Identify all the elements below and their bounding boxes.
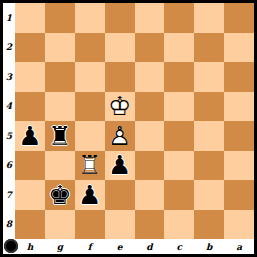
file-label-d: d — [135, 239, 165, 254]
square-h8[interactable] — [15, 210, 45, 240]
square-g5[interactable]: ♜ — [45, 121, 75, 151]
square-c6[interactable] — [164, 151, 194, 181]
black-pawn[interactable]: ♟ — [15, 121, 45, 151]
rank-label-2: 2 — [3, 33, 15, 63]
white-king[interactable]: ♚♔ — [105, 92, 135, 122]
white-rook[interactable]: ♜♖ — [75, 151, 105, 181]
file-label-h: h — [15, 239, 45, 254]
square-g6[interactable] — [45, 151, 75, 181]
square-a6[interactable] — [224, 151, 254, 181]
rank-label-7: 7 — [3, 180, 15, 210]
square-c4[interactable] — [164, 92, 194, 122]
square-b5[interactable] — [194, 121, 224, 151]
square-d7[interactable] — [135, 180, 165, 210]
square-g1[interactable] — [45, 3, 75, 33]
square-f1[interactable] — [75, 3, 105, 33]
square-d3[interactable] — [135, 62, 165, 92]
square-d5[interactable] — [135, 121, 165, 151]
square-b4[interactable] — [194, 92, 224, 122]
square-b3[interactable] — [194, 62, 224, 92]
chess-diagram: 1234♚♔5♟♜♟♙6♜♖♟7♚♟8hgfedcba — [0, 0, 257, 257]
square-a2[interactable] — [224, 33, 254, 63]
square-a3[interactable] — [224, 62, 254, 92]
square-c3[interactable] — [164, 62, 194, 92]
square-d2[interactable] — [135, 33, 165, 63]
black-king-glyph: ♚ — [45, 180, 75, 210]
square-f7[interactable]: ♟ — [75, 180, 105, 210]
file-label-g: g — [45, 239, 75, 254]
black-pawn[interactable]: ♟ — [75, 180, 105, 210]
square-c5[interactable] — [164, 121, 194, 151]
white-king-outline-glyph: ♔ — [105, 92, 135, 122]
square-b8[interactable] — [194, 210, 224, 240]
square-h2[interactable] — [15, 33, 45, 63]
square-c2[interactable] — [164, 33, 194, 63]
square-e1[interactable] — [105, 3, 135, 33]
square-f5[interactable] — [75, 121, 105, 151]
square-f3[interactable] — [75, 62, 105, 92]
chess-board: 1234♚♔5♟♜♟♙6♜♖♟7♚♟8hgfedcba — [3, 3, 254, 254]
square-h5[interactable]: ♟ — [15, 121, 45, 151]
square-a5[interactable] — [224, 121, 254, 151]
square-h3[interactable] — [15, 62, 45, 92]
square-d8[interactable] — [135, 210, 165, 240]
file-label-b: b — [194, 239, 224, 254]
rank-label-6: 6 — [3, 151, 15, 181]
square-g2[interactable] — [45, 33, 75, 63]
black-pawn-glyph: ♟ — [105, 151, 135, 181]
square-h1[interactable] — [15, 3, 45, 33]
square-f6[interactable]: ♜♖ — [75, 151, 105, 181]
black-pawn[interactable]: ♟ — [105, 151, 135, 181]
square-b6[interactable] — [194, 151, 224, 181]
square-e4[interactable]: ♚♔ — [105, 92, 135, 122]
square-b1[interactable] — [194, 3, 224, 33]
rank-label-4: 4 — [3, 92, 15, 122]
square-c7[interactable] — [164, 180, 194, 210]
square-e5[interactable]: ♟♙ — [105, 121, 135, 151]
file-label-e: e — [105, 239, 135, 254]
rank-label-8: 8 — [3, 210, 15, 240]
rank-label-3: 3 — [3, 62, 15, 92]
white-pawn[interactable]: ♟♙ — [105, 121, 135, 151]
black-rook-glyph: ♜ — [45, 121, 75, 151]
square-b2[interactable] — [194, 33, 224, 63]
square-g7[interactable]: ♚ — [45, 180, 75, 210]
square-h4[interactable] — [15, 92, 45, 122]
black-pawn-glyph: ♟ — [15, 121, 45, 151]
black-to-move-indicator — [4, 239, 18, 253]
square-d6[interactable] — [135, 151, 165, 181]
square-g8[interactable] — [45, 210, 75, 240]
square-f2[interactable] — [75, 33, 105, 63]
square-f8[interactable] — [75, 210, 105, 240]
square-d1[interactable] — [135, 3, 165, 33]
file-label-a: a — [224, 239, 254, 254]
square-b7[interactable] — [194, 180, 224, 210]
square-e2[interactable] — [105, 33, 135, 63]
black-pawn-glyph: ♟ — [75, 180, 105, 210]
square-g4[interactable] — [45, 92, 75, 122]
square-f4[interactable] — [75, 92, 105, 122]
square-c8[interactable] — [164, 210, 194, 240]
square-h6[interactable] — [15, 151, 45, 181]
square-a1[interactable] — [224, 3, 254, 33]
turn-indicator-cell — [3, 239, 15, 254]
square-a8[interactable] — [224, 210, 254, 240]
rank-label-5: 5 — [3, 121, 15, 151]
file-label-c: c — [164, 239, 194, 254]
file-label-f: f — [75, 239, 105, 254]
square-e6[interactable]: ♟ — [105, 151, 135, 181]
square-e3[interactable] — [105, 62, 135, 92]
square-g3[interactable] — [45, 62, 75, 92]
black-king[interactable]: ♚ — [45, 180, 75, 210]
square-e7[interactable] — [105, 180, 135, 210]
square-h7[interactable] — [15, 180, 45, 210]
square-a4[interactable] — [224, 92, 254, 122]
rank-label-1: 1 — [3, 3, 15, 33]
square-a7[interactable] — [224, 180, 254, 210]
black-rook[interactable]: ♜ — [45, 121, 75, 151]
white-rook-outline-glyph: ♖ — [75, 151, 105, 181]
white-pawn-outline-glyph: ♙ — [105, 121, 135, 151]
square-e8[interactable] — [105, 210, 135, 240]
square-d4[interactable] — [135, 92, 165, 122]
square-c1[interactable] — [164, 3, 194, 33]
